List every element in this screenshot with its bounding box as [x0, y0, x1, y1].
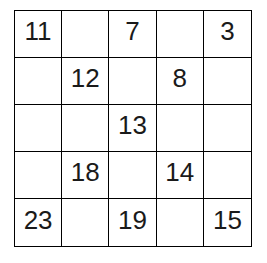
magic-square-board: 11 7 3 12 8 13 18 14 23 19 15 — [14, 10, 252, 247]
cell-r4c4[interactable]: 15 — [204, 199, 251, 246]
cell-r4c2[interactable]: 19 — [109, 199, 156, 246]
cell-r3c0[interactable] — [15, 152, 62, 199]
cell-r1c4[interactable] — [204, 58, 251, 105]
cell-r4c0[interactable]: 23 — [15, 199, 62, 246]
cell-r3c3[interactable]: 14 — [157, 152, 204, 199]
cell-r0c0[interactable]: 11 — [15, 11, 62, 58]
cell-r2c2[interactable]: 13 — [109, 105, 156, 152]
cell-r0c2[interactable]: 7 — [109, 11, 156, 58]
cell-r1c2[interactable] — [109, 58, 156, 105]
cell-r0c1[interactable] — [62, 11, 109, 58]
cell-r2c1[interactable] — [62, 105, 109, 152]
cell-r3c2[interactable] — [109, 152, 156, 199]
cell-r1c0[interactable] — [15, 58, 62, 105]
puzzle-page: 11 7 3 12 8 13 18 14 23 19 15 — [0, 0, 267, 263]
cell-r3c4[interactable] — [204, 152, 251, 199]
cell-r3c1[interactable]: 18 — [62, 152, 109, 199]
cell-r1c1[interactable]: 12 — [62, 58, 109, 105]
cell-r4c1[interactable] — [62, 199, 109, 246]
cell-r1c3[interactable]: 8 — [157, 58, 204, 105]
cell-r2c3[interactable] — [157, 105, 204, 152]
cell-r0c3[interactable] — [157, 11, 204, 58]
cell-r4c3[interactable] — [157, 199, 204, 246]
cell-r0c4[interactable]: 3 — [204, 11, 251, 58]
cell-r2c4[interactable] — [204, 105, 251, 152]
cell-r2c0[interactable] — [15, 105, 62, 152]
